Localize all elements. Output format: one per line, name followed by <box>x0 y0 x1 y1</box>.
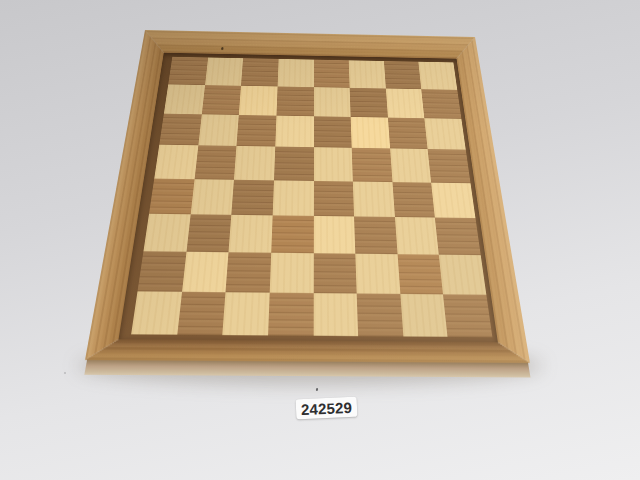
square-r2c5 <box>314 87 351 117</box>
chessboard <box>82 30 532 378</box>
square-r2c8 <box>422 89 462 119</box>
square-r8c6 <box>357 293 403 336</box>
square-r7c8 <box>439 254 486 294</box>
small-mark <box>316 388 319 391</box>
square-r1c4 <box>277 59 313 87</box>
board-squares <box>131 57 492 337</box>
square-r5c4 <box>273 180 314 216</box>
square-r1c7 <box>384 61 422 89</box>
square-r3c8 <box>425 118 466 150</box>
square-r7c3 <box>226 252 271 293</box>
square-r6c5 <box>313 216 355 254</box>
square-r3c5 <box>314 116 352 148</box>
square-r2c2 <box>201 85 241 115</box>
square-r8c5 <box>313 293 358 336</box>
square-r6c1 <box>144 213 191 251</box>
square-r1c5 <box>314 60 350 88</box>
square-r2c6 <box>350 88 388 118</box>
square-r7c2 <box>182 251 229 292</box>
square-r5c8 <box>431 182 475 217</box>
square-r7c1 <box>138 251 187 292</box>
square-r4c7 <box>390 149 431 182</box>
dust-speck <box>64 372 66 374</box>
square-r6c7 <box>395 217 439 255</box>
square-r8c1 <box>131 291 182 334</box>
square-r6c4 <box>271 215 313 253</box>
square-r4c5 <box>313 147 352 181</box>
square-r4c3 <box>234 146 275 180</box>
square-r3c6 <box>351 117 390 149</box>
square-r5c6 <box>353 181 395 217</box>
board-frame-bottom <box>85 339 530 363</box>
square-r6c8 <box>435 217 481 255</box>
square-r5c2 <box>190 179 234 215</box>
square-r4c8 <box>428 149 471 182</box>
square-r5c7 <box>392 182 435 218</box>
square-r1c6 <box>349 60 386 88</box>
square-r4c4 <box>274 147 314 181</box>
square-r6c3 <box>229 214 273 252</box>
square-r5c5 <box>313 180 354 216</box>
square-r7c5 <box>313 253 357 293</box>
square-r2c7 <box>386 89 425 119</box>
square-r7c6 <box>355 253 400 293</box>
square-r1c3 <box>241 58 278 86</box>
square-r8c2 <box>177 292 226 335</box>
square-r1c2 <box>205 57 243 85</box>
square-r8c4 <box>268 292 313 335</box>
square-r4c2 <box>194 146 236 180</box>
lot-number-text: 242529 <box>301 399 353 416</box>
square-r6c2 <box>186 214 231 252</box>
square-r3c1 <box>159 114 201 146</box>
square-r3c4 <box>275 116 313 148</box>
square-r4c6 <box>352 148 392 181</box>
square-r5c1 <box>149 178 194 214</box>
square-r7c4 <box>270 252 314 292</box>
square-r5c3 <box>232 179 274 215</box>
square-r6c6 <box>354 216 397 254</box>
square-r8c8 <box>443 294 492 337</box>
square-r8c3 <box>223 292 270 335</box>
square-r4c1 <box>154 145 198 179</box>
board-side-face <box>84 360 530 377</box>
square-r3c2 <box>198 115 239 147</box>
square-r2c3 <box>239 86 277 116</box>
lot-number-sticker: 242529 <box>296 397 358 420</box>
square-r8c7 <box>400 294 448 337</box>
square-r3c7 <box>388 118 428 150</box>
square-r2c4 <box>276 87 313 117</box>
square-r7c7 <box>397 254 443 294</box>
square-r1c8 <box>419 62 458 90</box>
square-r2c1 <box>164 84 205 114</box>
square-r3c3 <box>237 115 277 147</box>
board-top-face <box>85 30 530 363</box>
square-r1c1 <box>168 57 208 85</box>
product-photo-scene: 242529 <box>0 0 640 480</box>
